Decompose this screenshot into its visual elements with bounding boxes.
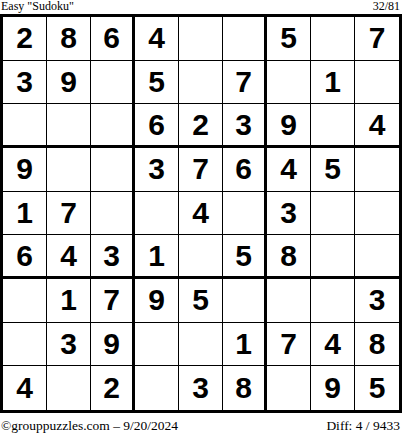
cell-r8c2[interactable]: 3 [47,323,91,367]
cell-r5c4[interactable] [135,192,179,236]
cell-r4c1[interactable]: 9 [3,148,47,192]
cell-r7c5[interactable]: 5 [179,279,223,323]
cell-r3c6[interactable]: 3 [223,104,267,148]
cell-r6c1[interactable]: 6 [3,235,47,279]
cell-r2c7[interactable] [267,61,311,105]
cell-r4c9[interactable] [355,148,399,192]
cell-r9c1[interactable]: 4 [3,366,47,410]
cell-r3c7[interactable]: 9 [267,104,311,148]
cell-r3c3[interactable] [91,104,135,148]
cell-r1c2[interactable]: 8 [47,17,91,61]
cell-r1c3[interactable]: 6 [91,17,135,61]
cell-r6c8[interactable] [311,235,355,279]
cell-r3c5[interactable]: 2 [179,104,223,148]
cell-r8c3[interactable]: 9 [91,323,135,367]
cell-r5c2[interactable]: 7 [47,192,91,236]
cell-r3c9[interactable]: 4 [355,104,399,148]
cell-r2c4[interactable]: 5 [135,61,179,105]
cell-r7c3[interactable]: 7 [91,279,135,323]
cell-r9c6[interactable]: 8 [223,366,267,410]
cell-r7c1[interactable] [3,279,47,323]
cell-r2c1[interactable]: 3 [3,61,47,105]
cell-r6c5[interactable] [179,235,223,279]
puzzle-title: Easy "Sudoku" [1,0,74,13]
cell-r1c1[interactable]: 2 [3,17,47,61]
cell-r7c2[interactable]: 1 [47,279,91,323]
cell-r6c2[interactable]: 4 [47,235,91,279]
cell-r1c4[interactable]: 4 [135,17,179,61]
cell-r4c4[interactable]: 3 [135,148,179,192]
cell-r5c5[interactable]: 4 [179,192,223,236]
cell-r9c5[interactable]: 3 [179,366,223,410]
cell-r8c9[interactable]: 8 [355,323,399,367]
cell-r2c5[interactable] [179,61,223,105]
cell-r1c8[interactable] [311,17,355,61]
cell-r1c9[interactable]: 7 [355,17,399,61]
cell-r5c1[interactable]: 1 [3,192,47,236]
cell-r2c8[interactable]: 1 [311,61,355,105]
cell-r2c3[interactable] [91,61,135,105]
sudoku-grid: 2864573957162394937645174364315817953391… [0,14,402,413]
cell-r4c7[interactable]: 4 [267,148,311,192]
sudoku-page: Easy "Sudoku" 32/81 28645739571623949376… [0,0,402,437]
cell-r8c4[interactable] [135,323,179,367]
cell-r8c6[interactable]: 1 [223,323,267,367]
cell-r7c4[interactable]: 9 [135,279,179,323]
cell-r7c9[interactable]: 3 [355,279,399,323]
cell-r3c8[interactable] [311,104,355,148]
cell-r3c4[interactable]: 6 [135,104,179,148]
cell-r9c2[interactable] [47,366,91,410]
cell-r8c5[interactable] [179,323,223,367]
cell-r4c6[interactable]: 6 [223,148,267,192]
cell-r9c3[interactable]: 2 [91,366,135,410]
cell-r1c7[interactable]: 5 [267,17,311,61]
cell-r6c3[interactable]: 3 [91,235,135,279]
source-credit: ©grouppuzzles.com – 9/20/2024 [1,418,178,434]
cell-r4c5[interactable]: 7 [179,148,223,192]
empty-cells-counter: 32/81 [373,0,400,13]
cell-r4c3[interactable] [91,148,135,192]
cell-r6c6[interactable]: 5 [223,235,267,279]
cell-r8c8[interactable]: 4 [311,323,355,367]
difficulty-label: Diff: 4 / 9433 [326,418,400,434]
cell-r9c9[interactable]: 5 [355,366,399,410]
cell-r9c4[interactable] [135,366,179,410]
cell-r4c2[interactable] [47,148,91,192]
cell-r5c3[interactable] [91,192,135,236]
cell-r6c4[interactable]: 1 [135,235,179,279]
cell-r8c1[interactable] [3,323,47,367]
cell-r1c6[interactable] [223,17,267,61]
cell-r2c2[interactable]: 9 [47,61,91,105]
cell-r5c9[interactable] [355,192,399,236]
cell-r7c7[interactable] [267,279,311,323]
cell-r7c8[interactable] [311,279,355,323]
cell-r5c6[interactable] [223,192,267,236]
cell-r4c8[interactable]: 5 [311,148,355,192]
cell-r1c5[interactable] [179,17,223,61]
cell-r2c6[interactable]: 7 [223,61,267,105]
cell-r3c2[interactable] [47,104,91,148]
cell-r9c8[interactable]: 9 [311,366,355,410]
cell-r3c1[interactable] [3,104,47,148]
cell-r5c7[interactable]: 3 [267,192,311,236]
footer: ©grouppuzzles.com – 9/20/2024 Diff: 4 / … [0,413,402,437]
header: Easy "Sudoku" 32/81 [0,0,402,14]
cell-r2c9[interactable] [355,61,399,105]
cell-r7c6[interactable] [223,279,267,323]
cell-r6c9[interactable] [355,235,399,279]
cell-r8c7[interactable]: 7 [267,323,311,367]
cell-r5c8[interactable] [311,192,355,236]
cell-r6c7[interactable]: 8 [267,235,311,279]
cell-r9c7[interactable] [267,366,311,410]
